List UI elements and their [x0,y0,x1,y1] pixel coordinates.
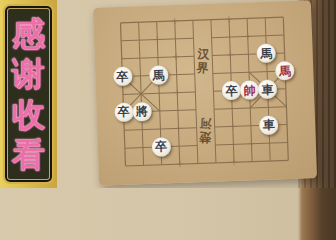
xiangqi-piece-black[interactable]: 卒 [151,137,171,157]
xiangqi-piece-black[interactable]: 馬 [257,44,277,64]
banner-char-2: 谢 [12,57,45,90]
xiangqi-piece-black[interactable]: 車 [258,79,278,99]
xiangqi-piece-black[interactable]: 卒 [114,102,134,122]
xiangqi-piece-black[interactable]: 卒 [113,67,133,87]
xiangqi-piece-red[interactable]: 馬 [275,61,295,81]
banner-plaque: 感 谢 收 看 [3,4,54,184]
xiangqi-piece-black[interactable]: 將 [132,102,152,122]
xiangqi-piece-black[interactable]: 車 [259,115,279,135]
banner-char-1: 感 [12,17,45,50]
banner-char-3: 收 [12,98,45,131]
thanks-banner: 感 谢 收 看 [0,0,57,188]
xiangqi-piece-red[interactable]: 帥 [240,80,260,100]
xiangqi-piece-black[interactable]: 馬 [149,65,169,85]
piece-grid: 卒馬卒將卒馬卒帥車馬車 [111,8,297,175]
banner-char-4: 看 [12,138,45,171]
xiangqi-piece-black[interactable]: 卒 [222,81,242,101]
screenshot-root: { "game": "xiangqi", "banner": { "text":… [0,0,336,188]
xiangqi-board: 汉界 楚河 卒馬卒將卒馬卒帥車馬車 [93,0,317,185]
